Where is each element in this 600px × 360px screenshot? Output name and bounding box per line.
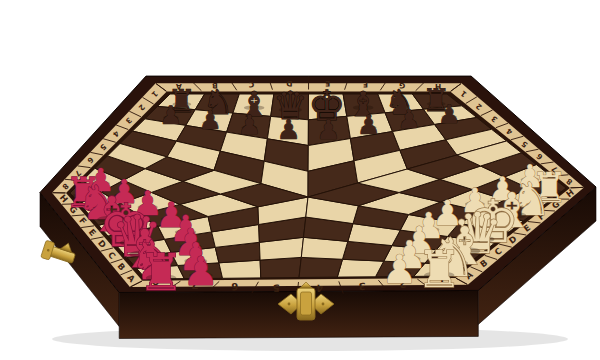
piece-dark-pawn-b2[interactable]: ♟ — [198, 105, 221, 135]
cell-white-a4[interactable] — [299, 257, 343, 277]
piece-dark-pawn-e2[interactable]: ♟ — [316, 114, 340, 145]
cell-red-a4[interactable] — [260, 257, 301, 278]
piece-white-rook-a1[interactable]: ♜ — [417, 240, 462, 299]
piece-white-pawn-a2[interactable]: ♟ — [382, 246, 417, 292]
three-player-chess-set: 87654321ABCDEFGHABCDEFGH1234567812345678… — [0, 0, 600, 360]
three-player-chess-product-photo: 87654321ABCDEFGHABCDEFGH1234567812345678… — [0, 0, 600, 360]
piece-dark-pawn-f2[interactable]: ♟ — [357, 109, 381, 140]
piece-dark-pawn-c2[interactable]: ♟ — [237, 109, 261, 140]
piece-dark-pawn-h2[interactable]: ♟ — [438, 99, 461, 129]
coord-label-bottom-5: 5 — [273, 283, 280, 294]
coord-label-bottom-3: 3 — [359, 281, 366, 292]
piece-dark-pawn-a2[interactable]: ♟ — [159, 100, 182, 130]
piece-dark-pawn-d2[interactable]: ♟ — [277, 114, 301, 145]
coord-label-bottom-4: 4 — [316, 283, 323, 294]
coord-label-bottom-6: 6 — [231, 281, 238, 292]
cell-white-a3[interactable] — [337, 259, 384, 277]
piece-red-rook-a1[interactable]: ♜ — [138, 243, 184, 302]
piece-dark-pawn-g2[interactable]: ♟ — [397, 104, 420, 134]
piece-red-pawn-a2[interactable]: ♟ — [183, 248, 219, 294]
